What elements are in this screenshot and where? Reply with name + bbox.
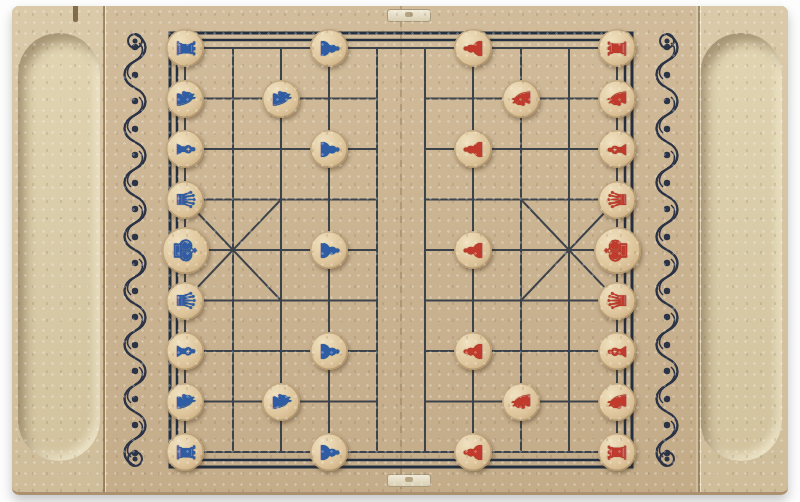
piece-red-knight[interactable]: ♞ — [598, 383, 636, 421]
piece-blue-pawn[interactable]: ♟ — [310, 29, 348, 67]
piece-blue-pawn[interactable]: ♟ — [310, 130, 348, 168]
blue-rook-glyph: ♜ — [172, 37, 197, 59]
blue-knight-glyph: ♞ — [172, 87, 197, 109]
blue-knight-glyph: ♞ — [172, 390, 197, 412]
piece-red-pawn[interactable]: ♟ — [454, 332, 492, 370]
red-pawn-glyph: ♟ — [460, 37, 485, 59]
blue-pawn-glyph: ♟ — [316, 239, 341, 261]
piece-blue-knight[interactable]: ♞ — [166, 383, 204, 421]
blue-king-glyph: ♚ — [169, 236, 200, 264]
board-grid[interactable] — [12, 6, 788, 492]
piece-red-bishop[interactable]: ♝ — [598, 130, 636, 168]
blue-pawn-glyph: ♟ — [316, 138, 341, 160]
top-clasp — [387, 9, 431, 22]
piece-red-knight[interactable]: ♞ — [598, 80, 636, 118]
piece-red-pawn[interactable]: ♟ — [454, 433, 492, 471]
piece-blue-rook[interactable]: ♜ — [166, 433, 204, 471]
red-bishop-glyph: ♝ — [604, 138, 629, 160]
blue-cannon-glyph: ♞ — [268, 87, 293, 109]
red-cannon-glyph: ♞ — [508, 390, 533, 412]
bottom-clasp — [387, 474, 431, 487]
red-knight-glyph: ♞ — [604, 87, 629, 109]
blue-bishop-glyph: ♝ — [172, 340, 197, 362]
piece-blue-advisor[interactable]: ♛ — [166, 181, 204, 219]
red-advisor-glyph: ♛ — [604, 188, 629, 210]
piece-red-advisor[interactable]: ♛ — [598, 282, 636, 320]
blue-pawn-glyph: ♟ — [316, 340, 341, 362]
blue-rook-glyph: ♜ — [172, 441, 197, 463]
red-pawn-glyph: ♟ — [460, 340, 485, 362]
blue-advisor-glyph: ♛ — [172, 289, 197, 311]
piece-blue-bishop[interactable]: ♝ — [166, 332, 204, 370]
red-pawn-glyph: ♟ — [460, 441, 485, 463]
red-rook-glyph: ♜ — [604, 37, 629, 59]
red-rook-glyph: ♜ — [604, 441, 629, 463]
piece-red-pawn[interactable]: ♟ — [454, 130, 492, 168]
piece-blue-rook[interactable]: ♜ — [166, 29, 204, 67]
piece-red-cannon[interactable]: ♞ — [502, 80, 540, 118]
piece-red-rook[interactable]: ♜ — [598, 29, 636, 67]
xiangqi-board: ♜♞♝♛♚♛♝♞♜♞♞♟♟♟♟♟♜♞♝♛♚♛♝♞♜♞♞♟♟♟♟♟ — [12, 6, 788, 495]
piece-blue-cannon[interactable]: ♞ — [262, 80, 300, 118]
piece-blue-advisor[interactable]: ♛ — [166, 282, 204, 320]
red-king-glyph: ♚ — [601, 236, 632, 264]
blue-pawn-glyph: ♟ — [316, 37, 341, 59]
piece-blue-pawn[interactable]: ♟ — [310, 433, 348, 471]
piece-blue-king[interactable]: ♚ — [162, 227, 209, 274]
piece-red-pawn[interactable]: ♟ — [454, 29, 492, 67]
piece-red-cannon[interactable]: ♞ — [502, 383, 540, 421]
piece-blue-bishop[interactable]: ♝ — [166, 130, 204, 168]
piece-red-advisor[interactable]: ♛ — [598, 181, 636, 219]
red-cannon-glyph: ♞ — [508, 87, 533, 109]
blue-advisor-glyph: ♛ — [172, 188, 197, 210]
red-pawn-glyph: ♟ — [460, 138, 485, 160]
red-knight-glyph: ♞ — [604, 390, 629, 412]
blue-pawn-glyph: ♟ — [316, 441, 341, 463]
blue-bishop-glyph: ♝ — [172, 138, 197, 160]
piece-red-king[interactable]: ♚ — [594, 227, 641, 274]
red-pawn-glyph: ♟ — [460, 239, 485, 261]
piece-blue-knight[interactable]: ♞ — [166, 80, 204, 118]
red-bishop-glyph: ♝ — [604, 340, 629, 362]
piece-blue-cannon[interactable]: ♞ — [262, 383, 300, 421]
piece-red-bishop[interactable]: ♝ — [598, 332, 636, 370]
red-advisor-glyph: ♛ — [604, 289, 629, 311]
piece-red-pawn[interactable]: ♟ — [454, 231, 492, 269]
piece-blue-pawn[interactable]: ♟ — [310, 231, 348, 269]
blue-cannon-glyph: ♞ — [268, 390, 293, 412]
piece-red-rook[interactable]: ♜ — [598, 433, 636, 471]
piece-blue-pawn[interactable]: ♟ — [310, 332, 348, 370]
